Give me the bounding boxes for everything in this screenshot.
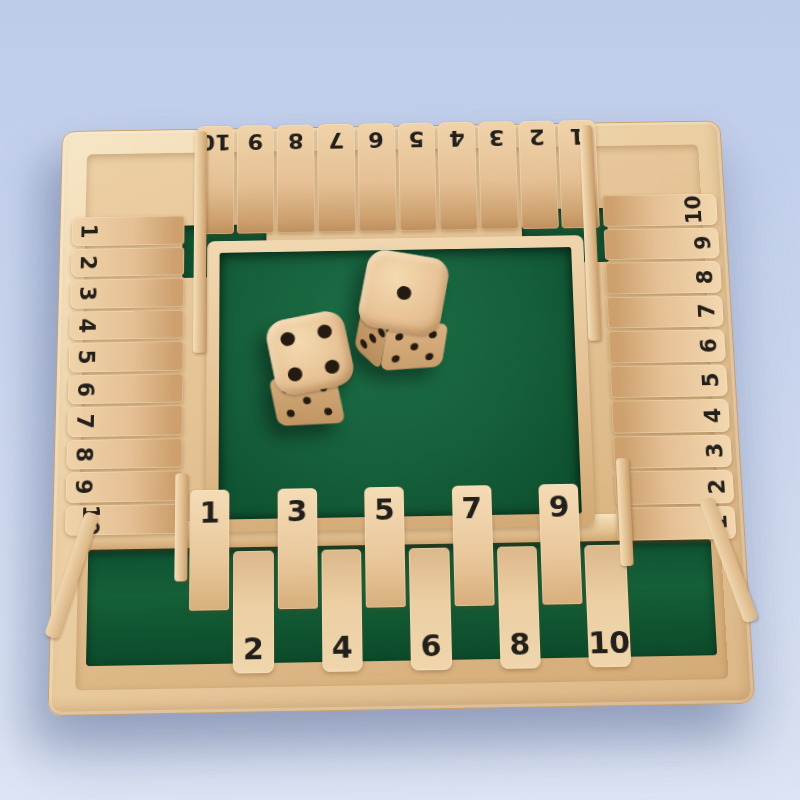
tile-south-9[interactable]: 9 [538,484,582,605]
tile-east-2[interactable]: 2 [615,470,735,505]
shut-the-box-board: 10987654321 12345678910 10987654321 1234… [47,120,755,716]
tile-number: 9 [248,131,264,152]
tile-number: 4 [448,127,464,148]
tile-number: 7 [461,494,482,523]
board-perspective-wrap: 10987654321 12345678910 10987654321 1234… [47,120,755,716]
tile-west-7[interactable]: 7 [67,405,183,437]
tile-west-8[interactable]: 8 [66,438,182,470]
die-pip [395,284,412,300]
die-pip [287,366,304,383]
tile-west-1[interactable]: 1 [72,216,185,246]
tile-west-9[interactable]: 9 [66,470,183,502]
tile-number: 9 [691,235,714,250]
tile-number: 8 [72,446,95,462]
tile-number: 2 [705,479,728,495]
left-divider-post [193,131,207,352]
tile-number: 3 [703,443,726,459]
die-pip [410,343,419,351]
tile-number: 10 [588,628,631,659]
tile-number: 6 [420,631,442,661]
tile-number: 7 [695,303,718,318]
tile-number: 4 [332,633,353,663]
tile-south-5[interactable]: 5 [364,487,406,608]
tile-north-4[interactable]: 4 [437,122,477,230]
die-pip [316,323,333,339]
tile-row-north: 10987654321 [196,120,600,234]
tile-north-6[interactable]: 6 [357,123,396,232]
tile-west-5[interactable]: 5 [69,341,184,372]
tile-number: 6 [73,382,96,397]
tile-number: 8 [288,130,304,151]
tile-west-2[interactable]: 2 [71,247,184,277]
center-felt [218,247,581,520]
die-pip [395,333,404,341]
tile-number: 9 [548,492,570,521]
tile-north-3[interactable]: 3 [478,121,519,229]
die-pip [302,397,311,405]
tile-number: 3 [489,127,505,148]
tile-west-4[interactable]: 4 [69,309,183,340]
tile-south-6[interactable]: 6 [409,548,452,671]
tile-north-2[interactable]: 2 [518,121,559,229]
tile-number: 5 [74,350,97,365]
board-inner: 10987654321 12345678910 10987654321 1234… [75,144,728,690]
tile-south-2[interactable]: 2 [233,551,274,674]
tile-number: 7 [328,129,344,150]
tile-number: 6 [697,338,720,353]
die-pip [391,355,400,363]
tile-south-1[interactable]: 1 [189,490,230,611]
die-1[interactable] [359,253,450,375]
tile-number: 1 [199,498,220,527]
tile-east-6[interactable]: 6 [608,329,726,363]
tile-number: 5 [374,495,395,524]
tile-west-6[interactable]: 6 [68,373,183,404]
tile-east-7[interactable]: 7 [607,295,724,329]
tile-south-3[interactable]: 3 [277,488,318,609]
tile-east-10[interactable]: 10 [602,194,718,227]
tile-row-south: 12345678910 [188,483,631,686]
tile-north-7[interactable]: 7 [317,124,356,233]
tile-south-4[interactable]: 4 [321,549,363,672]
die-2[interactable] [266,312,359,438]
tile-number: 2 [243,634,264,664]
south-left-post [174,473,188,581]
tile-north-8[interactable]: 8 [277,124,315,233]
tile-row-west: 12345678910 [65,216,185,536]
tile-number: 4 [75,318,98,333]
tile-number: 8 [693,269,716,284]
tile-east-8[interactable]: 8 [605,261,722,294]
tile-number: 2 [76,255,98,270]
die-pip [323,358,340,375]
tile-number: 3 [287,497,308,526]
tile-east-5[interactable]: 5 [610,364,728,398]
tile-number: 2 [529,126,545,147]
die-pip [286,410,295,418]
tile-number: 8 [509,630,531,660]
tile-north-5[interactable]: 5 [397,122,437,231]
tile-number: 3 [76,286,98,301]
photo-background: 10987654321 12345678910 10987654321 1234… [0,0,800,800]
die-face-value-1 [356,247,452,338]
tile-south-7[interactable]: 7 [451,485,494,606]
tile-number: 7 [73,414,96,429]
die-pip [424,353,433,361]
tile-number: 5 [699,373,722,388]
tile-number: 6 [368,129,384,150]
tile-number: 9 [71,479,94,495]
tile-number: 4 [701,408,724,423]
tile-east-9[interactable]: 9 [604,227,720,260]
tile-east-3[interactable]: 3 [613,434,732,469]
tile-north-9[interactable]: 9 [237,125,275,234]
tile-east-4[interactable]: 4 [611,399,730,433]
die-pip [323,408,332,416]
tile-west-3[interactable]: 3 [70,278,184,309]
tile-number: 5 [408,128,424,149]
tile-number: 10 [681,195,704,224]
die-face-value-4 [263,308,356,398]
tile-south-8[interactable]: 8 [497,546,541,669]
die-pip [279,331,296,347]
tile-number: 1 [77,224,99,239]
